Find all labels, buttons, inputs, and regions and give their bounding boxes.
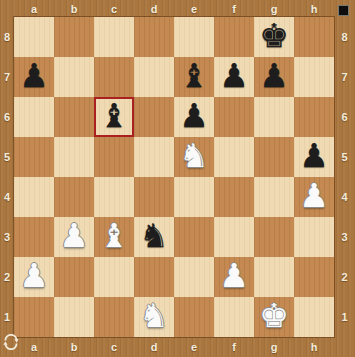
rank-label-5: 5 — [334, 137, 355, 177]
square-g8[interactable]: ♚ — [254, 17, 294, 57]
rank-labels-left: 87654321 — [0, 17, 14, 337]
rank-label-2: 2 — [0, 257, 14, 297]
black-bishop-c6[interactable]: ♝ — [99, 99, 129, 132]
rank-label-2: 2 — [334, 257, 355, 297]
square-c5[interactable] — [94, 137, 134, 177]
square-b8[interactable] — [54, 17, 94, 57]
file-label-a: a — [14, 337, 54, 357]
square-f5[interactable] — [214, 137, 254, 177]
flip-board-icon — [3, 334, 19, 350]
square-h4[interactable]: ♟ — [294, 177, 334, 217]
file-label-f: f — [214, 0, 254, 17]
square-g1[interactable]: ♚ — [254, 297, 294, 337]
square-c8[interactable] — [94, 17, 134, 57]
square-f2[interactable]: ♟ — [214, 257, 254, 297]
square-g6[interactable] — [254, 97, 294, 137]
square-f7[interactable]: ♟ — [214, 57, 254, 97]
square-h3[interactable] — [294, 217, 334, 257]
black-pawn-g7[interactable]: ♟ — [259, 59, 289, 92]
file-label-g: g — [254, 337, 294, 357]
square-h5[interactable]: ♟ — [294, 137, 334, 177]
square-g3[interactable] — [254, 217, 294, 257]
square-b3[interactable]: ♟ — [54, 217, 94, 257]
square-e2[interactable] — [174, 257, 214, 297]
black-king-g8[interactable]: ♚ — [259, 19, 289, 52]
square-g7[interactable]: ♟ — [254, 57, 294, 97]
square-f4[interactable] — [214, 177, 254, 217]
file-label-b: b — [54, 0, 94, 17]
square-d3[interactable]: ♞ — [134, 217, 174, 257]
square-c1[interactable] — [94, 297, 134, 337]
square-h6[interactable] — [294, 97, 334, 137]
square-h8[interactable] — [294, 17, 334, 57]
rank-label-4: 4 — [0, 177, 14, 217]
square-a3[interactable] — [14, 217, 54, 257]
frame-corner-bottom-right — [334, 337, 355, 357]
white-bishop-c3[interactable]: ♝ — [99, 219, 129, 252]
file-label-c: c — [94, 337, 134, 357]
white-pawn-f2[interactable]: ♟ — [219, 259, 249, 292]
white-pawn-h4[interactable]: ♟ — [299, 179, 329, 212]
square-b4[interactable] — [54, 177, 94, 217]
rank-label-5: 5 — [0, 137, 14, 177]
white-pawn-a2[interactable]: ♟ — [19, 259, 49, 292]
square-d2[interactable] — [134, 257, 174, 297]
square-f8[interactable] — [214, 17, 254, 57]
board-grid: ♚♟♝♟♟♝♟♞♟♟♟♝♞♟♟♞♚ — [14, 17, 334, 337]
square-g4[interactable] — [254, 177, 294, 217]
white-pawn-b3[interactable]: ♟ — [59, 219, 89, 252]
file-label-e: e — [174, 337, 214, 357]
rank-label-3: 3 — [334, 217, 355, 257]
square-a7[interactable]: ♟ — [14, 57, 54, 97]
rank-label-1: 1 — [0, 297, 14, 337]
square-a8[interactable] — [14, 17, 54, 57]
black-pawn-a7[interactable]: ♟ — [19, 59, 49, 92]
square-c4[interactable] — [94, 177, 134, 217]
file-label-b: b — [54, 337, 94, 357]
square-e5[interactable]: ♞ — [174, 137, 214, 177]
rank-label-8: 8 — [0, 17, 14, 57]
square-b2[interactable] — [54, 257, 94, 297]
rank-label-4: 4 — [334, 177, 355, 217]
square-g2[interactable] — [254, 257, 294, 297]
top-coordinate-band: abcdefgh — [0, 0, 355, 17]
rank-label-6: 6 — [334, 97, 355, 137]
square-e3[interactable] — [174, 217, 214, 257]
white-king-g1[interactable]: ♚ — [259, 299, 289, 332]
square-d5[interactable] — [134, 137, 174, 177]
square-a5[interactable] — [14, 137, 54, 177]
square-d7[interactable] — [134, 57, 174, 97]
black-knight-d3[interactable]: ♞ — [139, 219, 169, 252]
file-label-c: c — [94, 0, 134, 17]
rank-label-3: 3 — [0, 217, 14, 257]
square-f6[interactable] — [214, 97, 254, 137]
file-label-h: h — [294, 0, 334, 17]
square-h2[interactable] — [294, 257, 334, 297]
square-g5[interactable] — [254, 137, 294, 177]
square-b5[interactable] — [54, 137, 94, 177]
square-e1[interactable] — [174, 297, 214, 337]
square-f1[interactable] — [214, 297, 254, 337]
square-d4[interactable] — [134, 177, 174, 217]
rank-label-7: 7 — [0, 57, 14, 97]
square-b6[interactable] — [54, 97, 94, 137]
file-label-d: d — [134, 337, 174, 357]
rank-labels-right: 87654321 — [334, 17, 355, 337]
black-pawn-h5[interactable]: ♟ — [299, 139, 329, 172]
rank-label-1: 1 — [334, 297, 355, 337]
file-label-f: f — [214, 337, 254, 357]
square-e8[interactable] — [174, 17, 214, 57]
square-a6[interactable] — [14, 97, 54, 137]
black-bishop-e7[interactable]: ♝ — [179, 59, 209, 92]
rank-label-6: 6 — [0, 97, 14, 137]
square-c6[interactable]: ♝ — [94, 97, 134, 137]
square-e7[interactable]: ♝ — [174, 57, 214, 97]
square-b1[interactable] — [54, 297, 94, 337]
square-c7[interactable] — [94, 57, 134, 97]
file-label-h: h — [294, 337, 334, 357]
black-pawn-f7[interactable]: ♟ — [219, 59, 249, 92]
square-a4[interactable] — [14, 177, 54, 217]
file-label-a: a — [14, 0, 54, 17]
chess-board: abcdefgh 87654321 ♚♟♝♟♟♝♟♞♟♟♟♝♞♟♟♞♚ 8765… — [0, 0, 355, 357]
square-d8[interactable] — [134, 17, 174, 57]
square-c2[interactable] — [94, 257, 134, 297]
square-d6[interactable] — [134, 97, 174, 137]
file-label-e: e — [174, 0, 214, 17]
square-e4[interactable] — [174, 177, 214, 217]
square-c3[interactable]: ♝ — [94, 217, 134, 257]
square-h7[interactable] — [294, 57, 334, 97]
square-f3[interactable] — [214, 217, 254, 257]
bottom-coordinate-band: abcdefgh — [0, 337, 355, 357]
square-h1[interactable] — [294, 297, 334, 337]
frame-corner-top-left — [0, 0, 14, 17]
rank-label-8: 8 — [334, 17, 355, 57]
square-a2[interactable]: ♟ — [14, 257, 54, 297]
black-to-move-indicator — [338, 5, 349, 16]
file-label-g: g — [254, 0, 294, 17]
white-knight-e5[interactable]: ♞ — [179, 139, 209, 172]
flip-board-button[interactable] — [3, 334, 19, 350]
white-knight-d1[interactable]: ♞ — [139, 299, 169, 332]
square-d1[interactable]: ♞ — [134, 297, 174, 337]
square-e6[interactable]: ♟ — [174, 97, 214, 137]
square-a1[interactable] — [14, 297, 54, 337]
square-b7[interactable] — [54, 57, 94, 97]
black-pawn-e6[interactable]: ♟ — [179, 99, 209, 132]
rank-label-7: 7 — [334, 57, 355, 97]
file-label-d: d — [134, 0, 174, 17]
